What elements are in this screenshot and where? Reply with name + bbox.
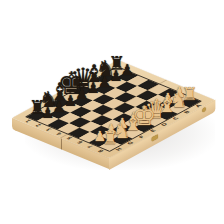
file-label: F xyxy=(138,135,146,139)
black-chess-piece: ♟ xyxy=(41,106,54,121)
rank-label: 8 xyxy=(97,149,105,153)
brass-hinge xyxy=(203,107,206,113)
rank-label: 4 xyxy=(55,132,63,136)
rank-label: 1 xyxy=(24,119,32,123)
chess-set-photo: 12345678ABCDEFGH ♜♟♟♜♞♟♟♞♝♟♟♝♛♟♟♛♚♟♟♚♝♟♟… xyxy=(0,0,224,224)
rank-label: 5 xyxy=(65,136,73,140)
file-label: A xyxy=(194,104,202,108)
rank-label: 2 xyxy=(34,123,42,127)
fold-seam-notch xyxy=(61,138,62,149)
brass-latch xyxy=(152,134,158,141)
rank-label: 7 xyxy=(86,145,94,149)
rank-label: 6 xyxy=(76,140,84,144)
rank-label: 3 xyxy=(45,128,53,132)
white-chess-piece: ♜ xyxy=(102,129,118,147)
